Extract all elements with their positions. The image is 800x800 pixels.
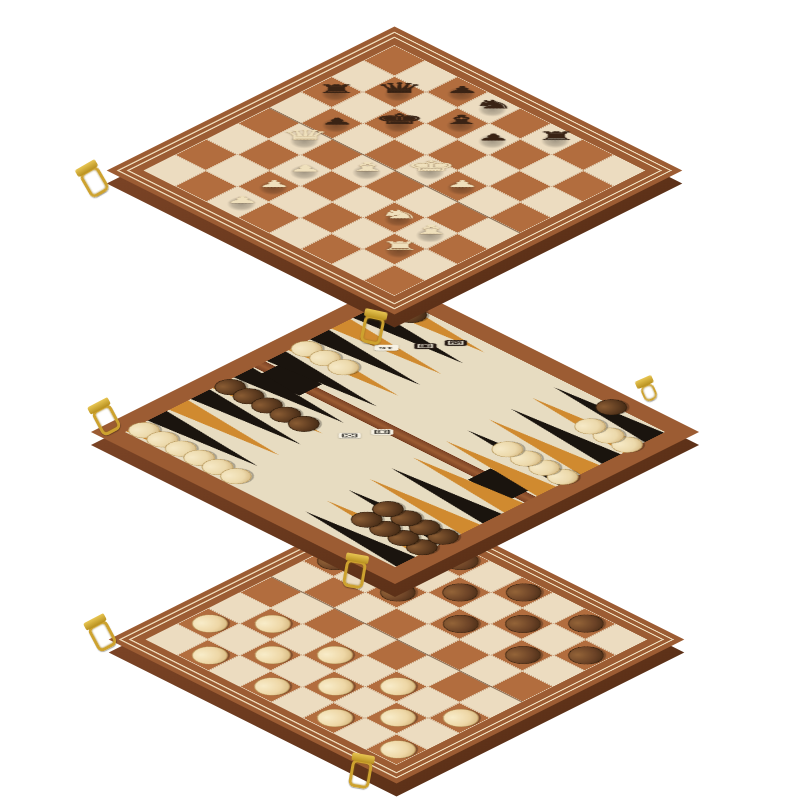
backgammon-checker-dark — [399, 536, 444, 559]
backgammon-checker-dark — [381, 527, 426, 550]
chess-piece-black-knight: ♞ — [472, 98, 515, 110]
backgammon-point-bottom — [435, 436, 557, 497]
chess-piece-white-king: ♚ — [405, 159, 457, 174]
chess-piece-black-pawn: ♟ — [320, 116, 354, 126]
backgammon-checker-light — [213, 465, 258, 488]
chess-piece-black-queen: ♛ — [374, 81, 424, 95]
die-dark-5: ⚄ — [445, 340, 467, 346]
backgammon-checker-dark — [344, 508, 389, 531]
backgammon-checker-light — [503, 447, 548, 470]
chess-piece-black-pawn: ♟ — [445, 85, 479, 95]
backgammon-checker-dark — [362, 518, 407, 541]
brass-latch-checkers-bottom — [348, 758, 374, 789]
die-white-5: ⚄ — [339, 433, 361, 439]
chess-piece-white-bishop: ♝ — [346, 161, 391, 174]
doubling-cube-value: 16 — [379, 346, 394, 349]
chess-piece-black-rook: ♜ — [316, 83, 357, 95]
backgammon-checker-dark — [365, 498, 410, 521]
chess-piece-black-pawn: ♟ — [477, 132, 511, 142]
backgammon-checker-light — [604, 433, 649, 456]
chess-piece-black-bishop: ♝ — [440, 113, 485, 126]
backgammon-checker-dark — [402, 516, 447, 539]
backgammon-point-bottom — [338, 485, 460, 546]
backgammon-checker-light — [521, 456, 566, 479]
checker-piece-dark — [561, 642, 612, 667]
brass-latch-checkers-left — [87, 619, 119, 654]
backgammon-checker-dark — [421, 525, 466, 548]
backgammon-point-bottom — [402, 452, 524, 513]
chess-piece-black-king: ♚ — [374, 111, 426, 126]
brass-latch-backgammon-right — [639, 382, 659, 403]
backgammon-checker-light — [540, 466, 585, 489]
backgammon-point-bottom — [316, 495, 438, 556]
backgammon-checker-light — [485, 438, 530, 461]
backgammon-checker-light — [195, 456, 240, 479]
die-white-6: ⚅ — [371, 429, 393, 435]
backgammon-bar-inlay-bottom — [468, 468, 532, 500]
die-dark-4: ⚃ — [414, 343, 436, 349]
product-photo: ♜♛♟♞♟♚♝♛♟♜♟♝♚♟♟♟♞♝♜ ⚄⚅⚃⚄16 — [0, 0, 800, 800]
chess-piece-white-pawn: ♟ — [288, 164, 322, 174]
chess-top-face: ♜♛♟♞♟♚♝♛♟♜♟♝♚♟♟♟♞♝♜ — [107, 27, 683, 315]
backgammon-field: ⚄⚅⚃⚄16 — [125, 297, 665, 567]
backgammon-checker-light — [158, 437, 203, 460]
chess-piece-white-queen: ♛ — [280, 128, 330, 142]
backgammon-point-bottom — [381, 463, 503, 524]
backgammon-point-bottom — [359, 474, 481, 535]
backgammon-checker-dark — [384, 507, 429, 530]
backgammon-point-bottom — [457, 425, 579, 486]
backgammon-checker-light — [177, 446, 222, 469]
doubling-cube: 16 — [375, 345, 399, 351]
chess-piece-black-rook: ♜ — [536, 130, 577, 142]
